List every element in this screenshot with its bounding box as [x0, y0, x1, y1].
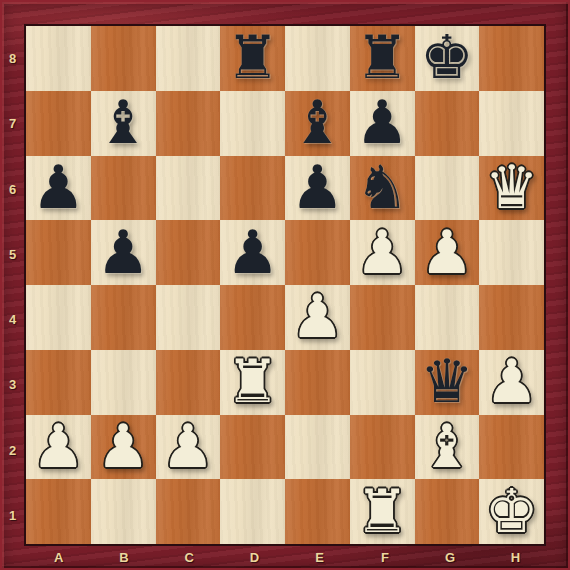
square-c3[interactable] [156, 350, 221, 415]
piece-black-rook-f8[interactable]: ♜ [355, 27, 409, 87]
square-c4[interactable] [156, 285, 221, 350]
file-label-b: B [91, 546, 156, 568]
square-g7[interactable] [415, 91, 480, 156]
square-b1[interactable] [91, 479, 156, 544]
piece-white-rook-d3[interactable]: ♜ [226, 351, 280, 411]
square-d4[interactable] [220, 285, 285, 350]
rank-label-3: 3 [2, 352, 23, 417]
piece-white-queen-h6[interactable]: ♛ [485, 157, 539, 217]
square-a8[interactable] [26, 26, 91, 91]
rank-label-1: 1 [2, 483, 23, 548]
square-c5[interactable] [156, 220, 221, 285]
square-f2[interactable] [350, 415, 415, 480]
file-label-f: F [352, 546, 417, 568]
piece-white-pawn-f5[interactable]: ♟ [355, 222, 409, 282]
square-d3[interactable]: ♜ [220, 350, 285, 415]
piece-white-pawn-h3[interactable]: ♟ [485, 351, 539, 411]
piece-black-bishop-b7[interactable]: ♝ [96, 92, 150, 152]
file-label-c: C [157, 546, 222, 568]
piece-white-rook-f1[interactable]: ♜ [355, 481, 409, 541]
square-e3[interactable] [285, 350, 350, 415]
square-c2[interactable]: ♟ [156, 415, 221, 480]
piece-white-pawn-b2[interactable]: ♟ [96, 416, 150, 476]
square-g5[interactable]: ♟ [415, 220, 480, 285]
square-h2[interactable] [479, 415, 544, 480]
file-label-d: D [222, 546, 287, 568]
square-f7[interactable]: ♟ [350, 91, 415, 156]
square-f4[interactable] [350, 285, 415, 350]
square-a5[interactable] [26, 220, 91, 285]
square-d6[interactable] [220, 156, 285, 221]
piece-white-king-h1[interactable]: ♚ [485, 481, 539, 541]
board-frame: ♜♜♚♝♝♟♟♟♞♛♟♟♟♟♟♜♛♟♟♟♟♝♜♚ 87654321 ABCDEF… [0, 0, 570, 570]
piece-black-pawn-a6[interactable]: ♟ [31, 157, 85, 217]
square-g3[interactable]: ♛ [415, 350, 480, 415]
square-d2[interactable] [220, 415, 285, 480]
square-a4[interactable] [26, 285, 91, 350]
piece-black-pawn-b5[interactable]: ♟ [96, 222, 150, 282]
rank-label-5: 5 [2, 222, 23, 287]
square-c7[interactable] [156, 91, 221, 156]
square-d1[interactable] [220, 479, 285, 544]
square-g1[interactable] [415, 479, 480, 544]
square-c8[interactable] [156, 26, 221, 91]
square-b6[interactable] [91, 156, 156, 221]
square-h1[interactable]: ♚ [479, 479, 544, 544]
square-h7[interactable] [479, 91, 544, 156]
square-g8[interactable]: ♚ [415, 26, 480, 91]
square-f1[interactable]: ♜ [350, 479, 415, 544]
square-a3[interactable] [26, 350, 91, 415]
piece-black-pawn-e6[interactable]: ♟ [290, 157, 344, 217]
square-b7[interactable]: ♝ [91, 91, 156, 156]
square-b2[interactable]: ♟ [91, 415, 156, 480]
rank-label-4: 4 [2, 287, 23, 352]
square-b5[interactable]: ♟ [91, 220, 156, 285]
square-f5[interactable]: ♟ [350, 220, 415, 285]
square-f8[interactable]: ♜ [350, 26, 415, 91]
rank-label-8: 8 [2, 26, 23, 91]
piece-black-pawn-f7[interactable]: ♟ [355, 92, 409, 152]
square-b3[interactable] [91, 350, 156, 415]
piece-black-king-g8[interactable]: ♚ [420, 27, 474, 87]
rank-label-6: 6 [2, 157, 23, 222]
square-c6[interactable] [156, 156, 221, 221]
square-e4[interactable]: ♟ [285, 285, 350, 350]
rank-label-2: 2 [2, 418, 23, 483]
square-g4[interactable] [415, 285, 480, 350]
square-b8[interactable] [91, 26, 156, 91]
square-e6[interactable]: ♟ [285, 156, 350, 221]
square-c1[interactable] [156, 479, 221, 544]
square-g2[interactable]: ♝ [415, 415, 480, 480]
square-h6[interactable]: ♛ [479, 156, 544, 221]
square-h4[interactable] [479, 285, 544, 350]
square-h3[interactable]: ♟ [479, 350, 544, 415]
square-d5[interactable]: ♟ [220, 220, 285, 285]
piece-black-queen-g3[interactable]: ♛ [420, 351, 474, 411]
piece-white-pawn-g5[interactable]: ♟ [420, 222, 474, 282]
square-d7[interactable] [220, 91, 285, 156]
square-a7[interactable] [26, 91, 91, 156]
square-a6[interactable]: ♟ [26, 156, 91, 221]
file-label-g: G [418, 546, 483, 568]
square-a2[interactable]: ♟ [26, 415, 91, 480]
piece-black-bishop-e7[interactable]: ♝ [290, 92, 344, 152]
piece-white-bishop-g2[interactable]: ♝ [420, 416, 474, 476]
piece-black-knight-f6[interactable]: ♞ [355, 157, 409, 217]
rank-label-7: 7 [2, 91, 23, 156]
file-label-e: E [287, 546, 352, 568]
square-e1[interactable] [285, 479, 350, 544]
piece-white-pawn-e4[interactable]: ♟ [290, 286, 344, 346]
square-e7[interactable]: ♝ [285, 91, 350, 156]
square-e5[interactable] [285, 220, 350, 285]
chess-board: ♜♜♚♝♝♟♟♟♞♛♟♟♟♟♟♜♛♟♟♟♟♝♜♚ [24, 24, 546, 546]
file-label-h: H [483, 546, 548, 568]
square-h8[interactable] [479, 26, 544, 91]
square-f6[interactable]: ♞ [350, 156, 415, 221]
square-g6[interactable] [415, 156, 480, 221]
square-b4[interactable] [91, 285, 156, 350]
piece-black-pawn-d5[interactable]: ♟ [226, 222, 280, 282]
square-e2[interactable] [285, 415, 350, 480]
piece-black-rook-d8[interactable]: ♜ [226, 27, 280, 87]
square-a1[interactable] [26, 479, 91, 544]
square-e8[interactable] [285, 26, 350, 91]
piece-white-pawn-a2[interactable]: ♟ [31, 416, 85, 476]
square-f3[interactable] [350, 350, 415, 415]
piece-white-pawn-c2[interactable]: ♟ [161, 416, 215, 476]
square-d8[interactable]: ♜ [220, 26, 285, 91]
square-h5[interactable] [479, 220, 544, 285]
file-label-a: A [26, 546, 91, 568]
